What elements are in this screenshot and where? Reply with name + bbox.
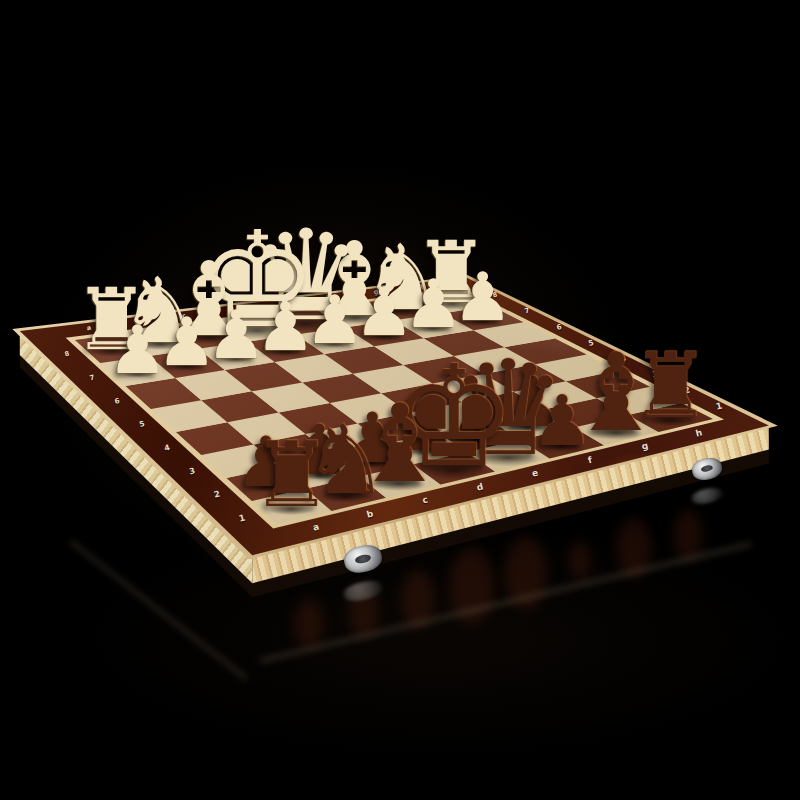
reflection-blob — [569, 541, 591, 579]
piece-dark-rook-a1: ♜ — [251, 431, 331, 521]
clasp-reflection — [691, 486, 723, 507]
reflection-blob — [674, 511, 703, 560]
piece-light-pawn-a7: ♟ — [108, 317, 168, 384]
reflection-blob — [295, 599, 324, 648]
chess-set-photo: aabbccddeeffgghh1122334455667788♜♞♝♟♛♟♚♟… — [0, 0, 800, 800]
